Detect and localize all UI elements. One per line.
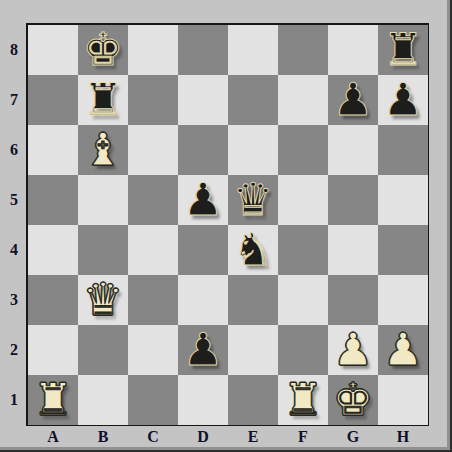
rank-label-8: 8 (2, 25, 26, 75)
square-a1[interactable]: ♜ (28, 375, 78, 425)
square-e2[interactable] (228, 325, 278, 375)
square-f4[interactable] (278, 225, 328, 275)
piece-black-pawn[interactable]: ♟ (383, 75, 423, 125)
square-e8[interactable] (228, 25, 278, 75)
piece-white-bishop[interactable]: ♝ (83, 125, 123, 175)
file-label-e: E (228, 427, 278, 446)
square-a2[interactable] (28, 325, 78, 375)
square-b1[interactable] (78, 375, 128, 425)
square-b3[interactable]: ♛ (78, 275, 128, 325)
square-d1[interactable] (178, 375, 228, 425)
file-label-c: C (128, 427, 178, 446)
rank-label-4: 4 (2, 225, 26, 275)
piece-white-pawn[interactable]: ♟ (333, 325, 373, 375)
square-e6[interactable] (228, 125, 278, 175)
square-f1[interactable]: ♜ (278, 375, 328, 425)
file-label-d: D (178, 427, 228, 446)
square-a8[interactable] (28, 25, 78, 75)
piece-black-pawn[interactable]: ♟ (333, 75, 373, 125)
piece-black-rook[interactable]: ♜ (83, 75, 123, 125)
square-a7[interactable] (28, 75, 78, 125)
square-c6[interactable] (128, 125, 178, 175)
square-a6[interactable] (28, 125, 78, 175)
piece-black-queen[interactable]: ♛ (233, 175, 273, 225)
file-label-f: F (278, 427, 328, 446)
square-d5[interactable]: ♟ (178, 175, 228, 225)
square-e4[interactable]: ♞ (228, 225, 278, 275)
rank-label-2: 2 (2, 325, 26, 375)
file-label-g: G (328, 427, 378, 446)
square-b7[interactable]: ♜ (78, 75, 128, 125)
square-d4[interactable] (178, 225, 228, 275)
chess-diagram: ♚♜♜♟♟♝♟♛♞♛♟♟♟♜♜♚ 87654321 ABCDEFGH (0, 0, 452, 452)
square-c2[interactable] (128, 325, 178, 375)
piece-black-pawn[interactable]: ♟ (183, 175, 223, 225)
square-d8[interactable] (178, 25, 228, 75)
square-c1[interactable] (128, 375, 178, 425)
square-g1[interactable]: ♚ (328, 375, 378, 425)
square-c7[interactable] (128, 75, 178, 125)
piece-white-king[interactable]: ♚ (333, 375, 373, 425)
square-h7[interactable]: ♟ (378, 75, 428, 125)
square-c3[interactable] (128, 275, 178, 325)
square-f7[interactable] (278, 75, 328, 125)
square-g6[interactable] (328, 125, 378, 175)
piece-black-knight[interactable]: ♞ (233, 225, 273, 275)
square-e7[interactable] (228, 75, 278, 125)
piece-black-rook[interactable]: ♜ (383, 25, 423, 75)
square-c8[interactable] (128, 25, 178, 75)
square-d7[interactable] (178, 75, 228, 125)
piece-white-rook[interactable]: ♜ (33, 375, 73, 425)
square-h3[interactable] (378, 275, 428, 325)
square-b6[interactable]: ♝ (78, 125, 128, 175)
square-g3[interactable] (328, 275, 378, 325)
square-g2[interactable]: ♟ (328, 325, 378, 375)
square-e5[interactable]: ♛ (228, 175, 278, 225)
square-f3[interactable] (278, 275, 328, 325)
file-label-a: A (28, 427, 78, 446)
square-h8[interactable]: ♜ (378, 25, 428, 75)
square-h4[interactable] (378, 225, 428, 275)
file-label-b: B (78, 427, 128, 446)
piece-black-pawn[interactable]: ♟ (183, 325, 223, 375)
square-f6[interactable] (278, 125, 328, 175)
piece-black-king[interactable]: ♚ (83, 25, 123, 75)
square-h2[interactable]: ♟ (378, 325, 428, 375)
square-h1[interactable] (378, 375, 428, 425)
square-d3[interactable] (178, 275, 228, 325)
square-b5[interactable] (78, 175, 128, 225)
square-h6[interactable] (378, 125, 428, 175)
rank-label-6: 6 (2, 125, 26, 175)
piece-white-rook[interactable]: ♜ (283, 375, 323, 425)
square-a3[interactable] (28, 275, 78, 325)
chess-board: ♚♜♜♟♟♝♟♛♞♛♟♟♟♜♜♚ (26, 23, 429, 426)
square-b4[interactable] (78, 225, 128, 275)
square-a5[interactable] (28, 175, 78, 225)
rank-label-3: 3 (2, 275, 26, 325)
rank-label-7: 7 (2, 75, 26, 125)
square-b8[interactable]: ♚ (78, 25, 128, 75)
rank-label-1: 1 (2, 375, 26, 425)
square-b2[interactable] (78, 325, 128, 375)
square-c5[interactable] (128, 175, 178, 225)
square-g5[interactable] (328, 175, 378, 225)
square-g8[interactable] (328, 25, 378, 75)
square-g4[interactable] (328, 225, 378, 275)
square-d2[interactable]: ♟ (178, 325, 228, 375)
piece-white-queen[interactable]: ♛ (83, 275, 123, 325)
rank-label-5: 5 (2, 175, 26, 225)
square-a4[interactable] (28, 225, 78, 275)
square-g7[interactable]: ♟ (328, 75, 378, 125)
square-e3[interactable] (228, 275, 278, 325)
square-f2[interactable] (278, 325, 328, 375)
square-c4[interactable] (128, 225, 178, 275)
square-e1[interactable] (228, 375, 278, 425)
square-f8[interactable] (278, 25, 328, 75)
square-d6[interactable] (178, 125, 228, 175)
piece-white-pawn[interactable]: ♟ (383, 325, 423, 375)
square-f5[interactable] (278, 175, 328, 225)
file-label-h: H (378, 427, 428, 446)
square-h5[interactable] (378, 175, 428, 225)
